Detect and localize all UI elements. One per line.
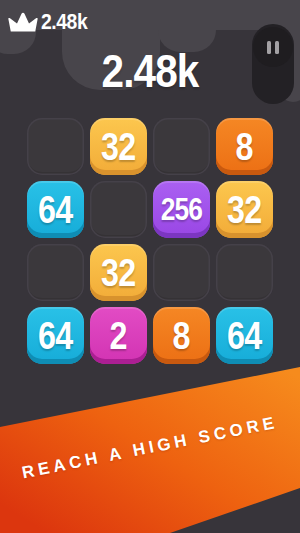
tile-value: 256: [161, 194, 202, 225]
tile-value: 32: [227, 191, 261, 229]
pause-button[interactable]: [253, 27, 293, 67]
current-score-value: 2.48k: [102, 44, 199, 98]
pause-icon: [267, 41, 271, 54]
game-board[interactable]: 328642563232642864: [27, 118, 273, 364]
tile-32: 32: [216, 181, 273, 238]
tile-value: 32: [101, 254, 135, 292]
tile-2: 2: [90, 307, 147, 364]
tile-8: 8: [216, 118, 273, 175]
tile-64: 64: [27, 307, 84, 364]
tile-value: 64: [227, 317, 261, 355]
tile-value: 64: [38, 191, 72, 229]
promo-banner: REACH A HIGH SCORE: [0, 360, 300, 533]
tile-value: 64: [38, 317, 72, 355]
empty-cell: [153, 244, 210, 301]
tile-64: 64: [216, 307, 273, 364]
tile-32: 32: [90, 118, 147, 175]
tile-8: 8: [153, 307, 210, 364]
empty-cell: [90, 181, 147, 238]
best-score-value: 2.48k: [41, 9, 87, 35]
tile-32: 32: [90, 244, 147, 301]
tile-value: 2: [110, 317, 127, 355]
empty-cell: [216, 244, 273, 301]
promo-banner-text: REACH A HIGH SCORE: [1, 409, 299, 487]
tile-value: 8: [236, 128, 253, 166]
best-score: 2.48k: [8, 9, 94, 35]
empty-cell: [27, 118, 84, 175]
empty-cell: [153, 118, 210, 175]
pause-icon: [275, 41, 279, 54]
tile-value: 32: [101, 128, 135, 166]
empty-cell: [27, 244, 84, 301]
crown-icon: [8, 12, 38, 32]
tile-value: 8: [173, 317, 190, 355]
tile-64: 64: [27, 181, 84, 238]
tile-256: 256: [153, 181, 210, 238]
game-screen: 2.48k 2.48k 328642563232642864 REACH A H…: [0, 0, 300, 533]
